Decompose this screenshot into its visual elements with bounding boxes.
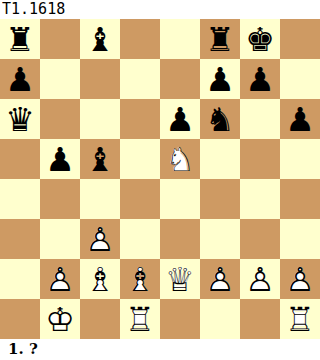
black-bishop: ♝	[80, 19, 120, 59]
square-b3[interactable]	[40, 219, 80, 259]
white-rook-fill: ♜	[280, 299, 320, 339]
square-d2[interactable]: ♝♗	[120, 259, 160, 299]
square-h3[interactable]	[280, 219, 320, 259]
white-pawn-fill: ♟	[240, 259, 280, 299]
square-b7[interactable]	[40, 59, 80, 99]
move-prompt: 1. ?	[0, 339, 320, 360]
black-pawn: ♟	[40, 139, 80, 179]
square-c2[interactable]: ♝♗	[80, 259, 120, 299]
square-e8[interactable]	[160, 19, 200, 59]
chess-board: ♜♝♜♚♟♟♟♛♟♞♟♟♝♞♘♟♙♟♙♝♗♝♗♛♕♟♙♟♙♟♙♚♔♜♖♜♖	[0, 19, 320, 339]
white-pawn-fill: ♟	[40, 259, 80, 299]
white-bishop-fill: ♝	[80, 259, 120, 299]
white-knight: ♘	[160, 139, 200, 179]
square-g2[interactable]: ♟♙	[240, 259, 280, 299]
white-bishop: ♗	[80, 259, 120, 299]
square-d3[interactable]	[120, 219, 160, 259]
square-c7[interactable]	[80, 59, 120, 99]
white-rook: ♖	[120, 299, 160, 339]
square-d8[interactable]	[120, 19, 160, 59]
square-g4[interactable]	[240, 179, 280, 219]
square-f6[interactable]: ♞	[200, 99, 240, 139]
square-f4[interactable]	[200, 179, 240, 219]
square-e5[interactable]: ♞♘	[160, 139, 200, 179]
square-c3[interactable]: ♟♙	[80, 219, 120, 259]
square-a3[interactable]	[0, 219, 40, 259]
white-rook: ♖	[280, 299, 320, 339]
white-pawn: ♙	[40, 259, 80, 299]
square-b4[interactable]	[40, 179, 80, 219]
white-bishop: ♗	[120, 259, 160, 299]
square-f2[interactable]: ♟♙	[200, 259, 240, 299]
square-f7[interactable]: ♟	[200, 59, 240, 99]
square-h8[interactable]	[280, 19, 320, 59]
black-queen: ♛	[0, 99, 40, 139]
square-h1[interactable]: ♜♖	[280, 299, 320, 339]
square-h4[interactable]	[280, 179, 320, 219]
square-b6[interactable]	[40, 99, 80, 139]
square-c5[interactable]: ♝	[80, 139, 120, 179]
square-g8[interactable]: ♚	[240, 19, 280, 59]
white-bishop-fill: ♝	[120, 259, 160, 299]
square-c1[interactable]	[80, 299, 120, 339]
white-pawn-fill: ♟	[280, 259, 320, 299]
black-pawn: ♟	[160, 99, 200, 139]
square-f8[interactable]: ♜	[200, 19, 240, 59]
square-e3[interactable]	[160, 219, 200, 259]
square-a7[interactable]: ♟	[0, 59, 40, 99]
square-c6[interactable]	[80, 99, 120, 139]
square-d1[interactable]: ♜♖	[120, 299, 160, 339]
white-pawn: ♙	[200, 259, 240, 299]
white-pawn: ♙	[240, 259, 280, 299]
white-pawn: ♙	[80, 219, 120, 259]
black-pawn: ♟	[280, 99, 320, 139]
square-f1[interactable]	[200, 299, 240, 339]
square-e1[interactable]	[160, 299, 200, 339]
black-rook: ♜	[0, 19, 40, 59]
square-g1[interactable]	[240, 299, 280, 339]
square-c8[interactable]: ♝	[80, 19, 120, 59]
white-pawn-fill: ♟	[80, 219, 120, 259]
square-e4[interactable]	[160, 179, 200, 219]
square-a2[interactable]	[0, 259, 40, 299]
white-rook-fill: ♜	[120, 299, 160, 339]
square-d7[interactable]	[120, 59, 160, 99]
black-rook: ♜	[200, 19, 240, 59]
square-b8[interactable]	[40, 19, 80, 59]
square-d5[interactable]	[120, 139, 160, 179]
square-b2[interactable]: ♟♙	[40, 259, 80, 299]
white-queen: ♕	[160, 259, 200, 299]
white-pawn: ♙	[280, 259, 320, 299]
black-knight: ♞	[200, 99, 240, 139]
white-knight-fill: ♞	[160, 139, 200, 179]
square-h2[interactable]: ♟♙	[280, 259, 320, 299]
square-e7[interactable]	[160, 59, 200, 99]
puzzle-id: T1.1618	[0, 0, 320, 19]
white-king-fill: ♚	[40, 299, 80, 339]
white-queen-fill: ♛	[160, 259, 200, 299]
square-h5[interactable]	[280, 139, 320, 179]
black-pawn: ♟	[0, 59, 40, 99]
black-pawn: ♟	[200, 59, 240, 99]
square-a6[interactable]: ♛	[0, 99, 40, 139]
square-a8[interactable]: ♜	[0, 19, 40, 59]
square-g5[interactable]	[240, 139, 280, 179]
black-pawn: ♟	[240, 59, 280, 99]
square-b5[interactable]: ♟	[40, 139, 80, 179]
square-g6[interactable]	[240, 99, 280, 139]
black-bishop: ♝	[80, 139, 120, 179]
square-g7[interactable]: ♟	[240, 59, 280, 99]
square-a1[interactable]	[0, 299, 40, 339]
square-g3[interactable]	[240, 219, 280, 259]
white-pawn-fill: ♟	[200, 259, 240, 299]
square-e2[interactable]: ♛♕	[160, 259, 200, 299]
square-f5[interactable]	[200, 139, 240, 179]
square-h7[interactable]	[280, 59, 320, 99]
square-d6[interactable]	[120, 99, 160, 139]
square-f3[interactable]	[200, 219, 240, 259]
white-king: ♔	[40, 299, 80, 339]
black-king: ♚	[240, 19, 280, 59]
square-c4[interactable]	[80, 179, 120, 219]
square-a4[interactable]	[0, 179, 40, 219]
square-h6[interactable]: ♟	[280, 99, 320, 139]
square-a5[interactable]	[0, 139, 40, 179]
square-e6[interactable]: ♟	[160, 99, 200, 139]
square-b1[interactable]: ♚♔	[40, 299, 80, 339]
square-d4[interactable]	[120, 179, 160, 219]
